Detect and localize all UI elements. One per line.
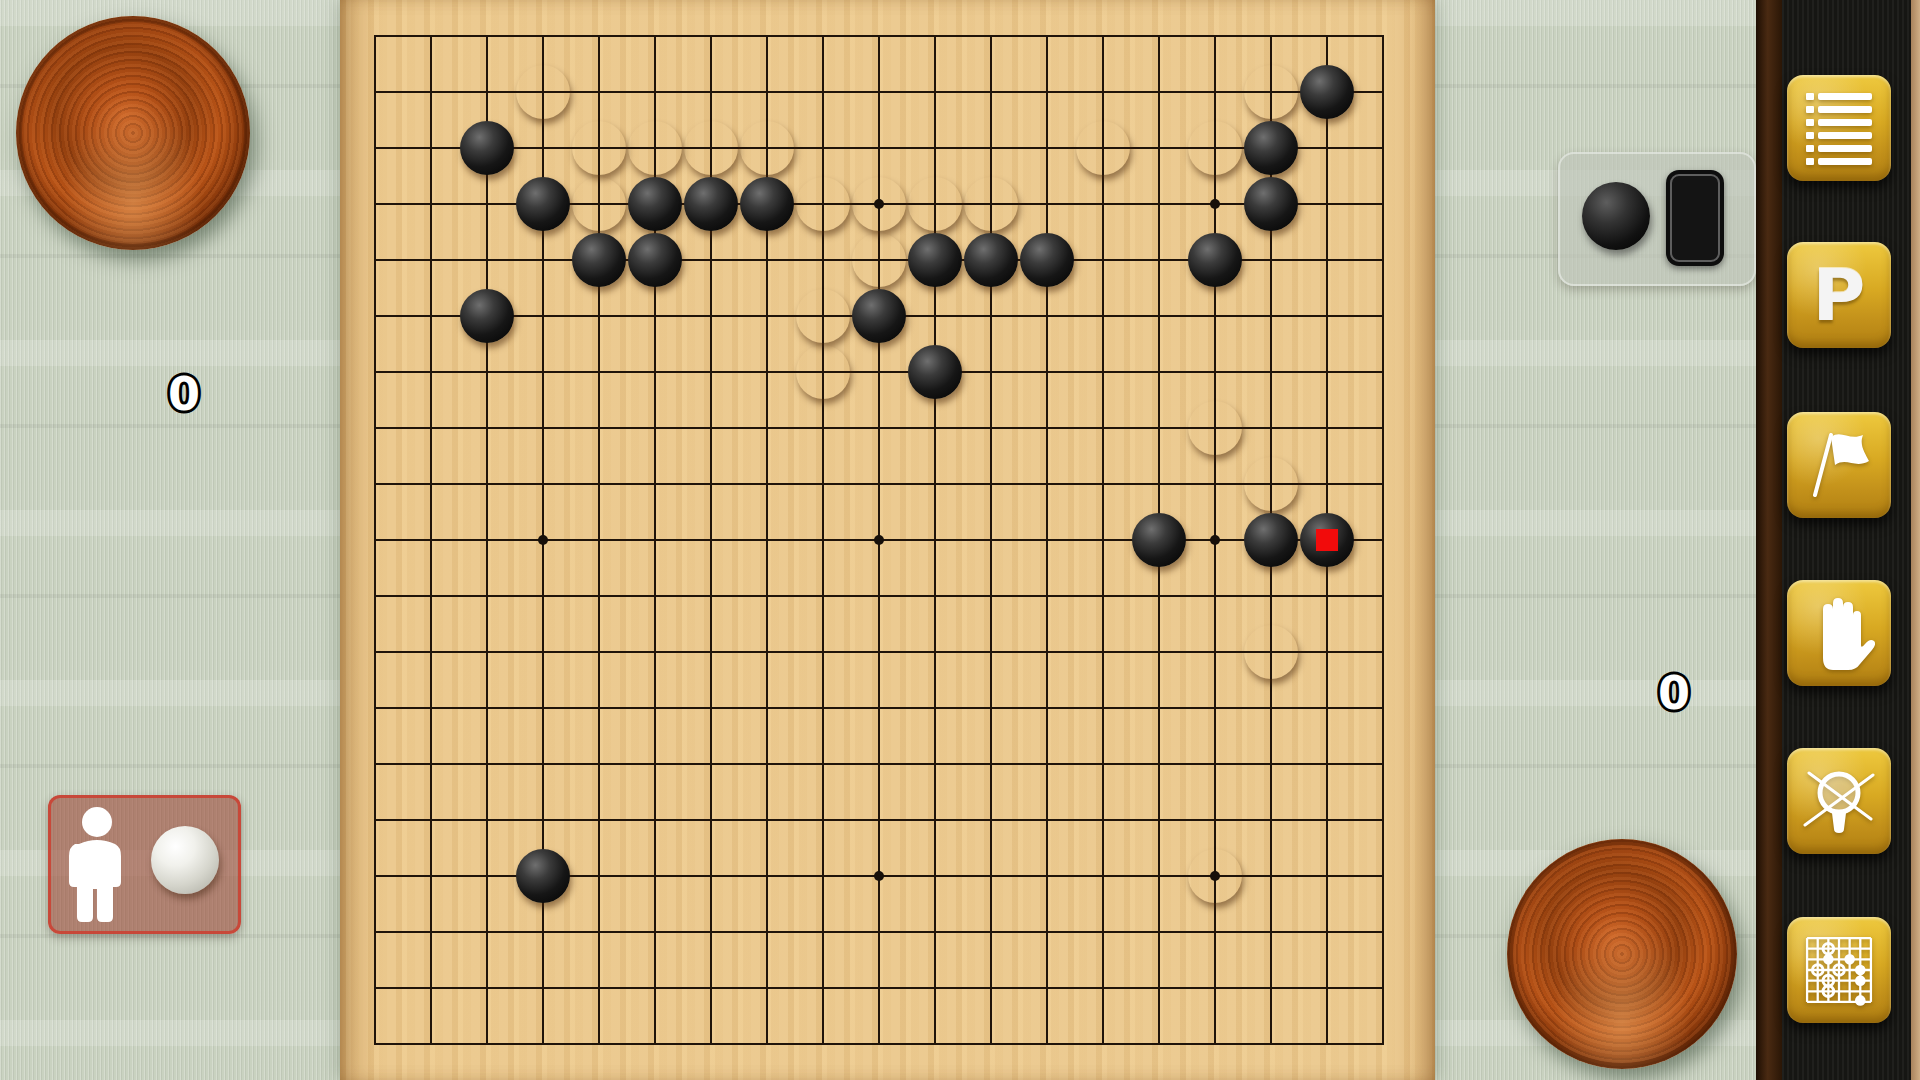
pass-button[interactable]: P <box>1787 242 1891 348</box>
star-point <box>1210 535 1220 545</box>
black-player-panel <box>1558 152 1756 286</box>
black-stone <box>740 177 794 231</box>
black-player-stone-bowl <box>1507 839 1737 1069</box>
white-stone <box>1188 849 1242 903</box>
right-capture-count: 0 <box>1634 666 1714 720</box>
board-grid <box>374 35 1384 1045</box>
white-stone <box>796 345 850 399</box>
white-stone <box>852 177 906 231</box>
black-stone <box>1300 65 1354 119</box>
black-stone-icon <box>1582 182 1650 250</box>
white-stone <box>796 177 850 231</box>
star-point <box>874 535 884 545</box>
resign-flag-button[interactable] <box>1787 412 1891 518</box>
hand-icon <box>1803 595 1875 671</box>
stop-hand-button[interactable] <box>1787 580 1891 686</box>
black-stone <box>852 289 906 343</box>
black-stone <box>460 289 514 343</box>
white-player-stone-bowl <box>16 16 250 250</box>
white-flag-icon <box>1801 427 1877 503</box>
black-stone <box>1132 513 1186 567</box>
hint-bulb-button[interactable] <box>1787 748 1891 854</box>
device-icon <box>1666 170 1724 266</box>
white-stone <box>1188 401 1242 455</box>
white-stone <box>1188 121 1242 175</box>
pass-letter: P <box>1813 259 1866 331</box>
star-point <box>1210 199 1220 209</box>
go-board[interactable] <box>340 0 1435 1080</box>
white-stone <box>852 233 906 287</box>
moves-list-button[interactable] <box>1787 75 1891 181</box>
black-stone <box>964 233 1018 287</box>
black-stone <box>908 345 962 399</box>
white-stone-icon <box>151 826 219 894</box>
lightbulb-rays-icon <box>1799 761 1879 841</box>
white-stone <box>628 121 682 175</box>
white-player-panel <box>48 795 241 934</box>
mini-board-button[interactable] <box>1787 917 1891 1023</box>
black-stone <box>1244 121 1298 175</box>
white-stone <box>1244 457 1298 511</box>
white-stone <box>516 65 570 119</box>
go-app-screen: { "game": "go", "position": { "board_siz… <box>0 0 1920 1080</box>
star-point <box>874 871 884 881</box>
white-stone <box>796 289 850 343</box>
black-stone <box>1020 233 1074 287</box>
black-stone <box>628 177 682 231</box>
black-stone <box>628 233 682 287</box>
black-stone <box>1244 177 1298 231</box>
menu-list-icon <box>1804 91 1874 165</box>
black-stone <box>1244 513 1298 567</box>
black-stone <box>1188 233 1242 287</box>
black-stone <box>572 233 626 287</box>
white-stone <box>740 121 794 175</box>
white-stone <box>1244 65 1298 119</box>
star-point <box>538 535 548 545</box>
mini-board-icon <box>1801 932 1877 1008</box>
white-stone <box>572 121 626 175</box>
last-move-marker <box>1316 529 1338 551</box>
white-stone <box>572 177 626 231</box>
white-stone <box>908 177 962 231</box>
black-stone <box>684 177 738 231</box>
white-stone <box>964 177 1018 231</box>
white-stone <box>684 121 738 175</box>
sidebar-wood-divider <box>1756 0 1782 1080</box>
black-stone <box>516 177 570 231</box>
black-stone <box>460 121 514 175</box>
white-stone <box>1244 625 1298 679</box>
person-icon <box>65 806 129 922</box>
black-stone <box>516 849 570 903</box>
white-stone <box>1076 121 1130 175</box>
sidebar-edge-strip <box>1911 0 1920 1080</box>
left-capture-count: 0 <box>144 367 224 421</box>
black-stone <box>908 233 962 287</box>
